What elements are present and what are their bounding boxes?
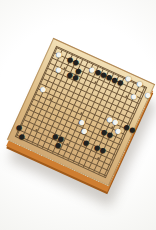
white-stone: ● [130, 93, 138, 102]
go-board: ●●●●●●●●●●●●●●●●●●●●●●●●●●●●●●●●●●● [7, 38, 155, 186]
black-stone: ● [14, 124, 22, 133]
black-stone: ● [105, 74, 113, 83]
white-stone: ● [135, 80, 143, 89]
stones-layer: ●●●●●●●●●●●●●●●●●●●●●●●●●●●●●●●●●●● [10, 42, 153, 185]
black-stone: ● [65, 71, 73, 80]
white-stone: ● [54, 66, 62, 75]
white-stone: ● [144, 91, 152, 100]
white-stone: ● [55, 51, 63, 60]
black-stone: ● [56, 136, 64, 145]
black-stone: ● [128, 126, 136, 135]
black-stone: ● [81, 139, 89, 148]
black-stone: ● [100, 129, 108, 138]
black-stone: ● [17, 133, 25, 142]
white-stone: ● [124, 75, 132, 84]
black-stone: ● [51, 133, 59, 142]
white-stone: ● [114, 127, 122, 136]
black-stone: ● [74, 67, 82, 76]
black-stone: ● [93, 69, 101, 78]
go-board-product-photo: ●●●●●●●●●●●●●●●●●●●●●●●●●●●●●●●●●●● [0, 0, 156, 230]
black-stone: ● [105, 131, 113, 140]
black-stone: ● [110, 76, 118, 85]
white-stone: ● [111, 118, 119, 127]
black-stone: ● [66, 56, 74, 65]
white-stone: ● [88, 66, 96, 75]
black-stone: ● [53, 142, 61, 151]
black-stone: ● [71, 74, 79, 83]
white-stone: ● [78, 118, 86, 127]
black-stone: ● [98, 147, 106, 156]
black-stone: ● [71, 59, 79, 68]
black-stone: ● [122, 123, 130, 132]
black-stone: ● [116, 79, 124, 88]
white-stone: ● [80, 127, 88, 136]
white-stone: ● [39, 85, 47, 94]
white-stone: ● [106, 116, 114, 125]
black-stone: ● [99, 71, 107, 80]
black-stone: ● [93, 144, 101, 153]
